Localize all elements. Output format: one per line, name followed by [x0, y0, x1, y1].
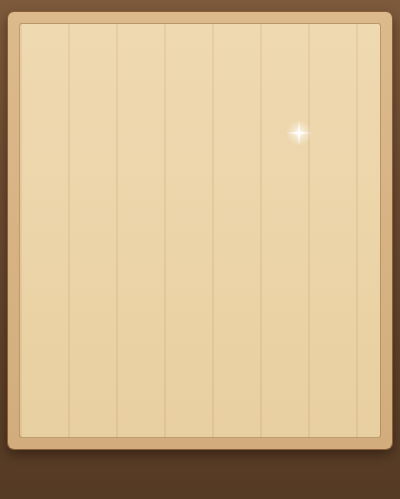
board-grid-lines: [8, 12, 392, 449]
xiangqi-board[interactable]: [8, 12, 392, 449]
game-screen: [0, 0, 400, 499]
